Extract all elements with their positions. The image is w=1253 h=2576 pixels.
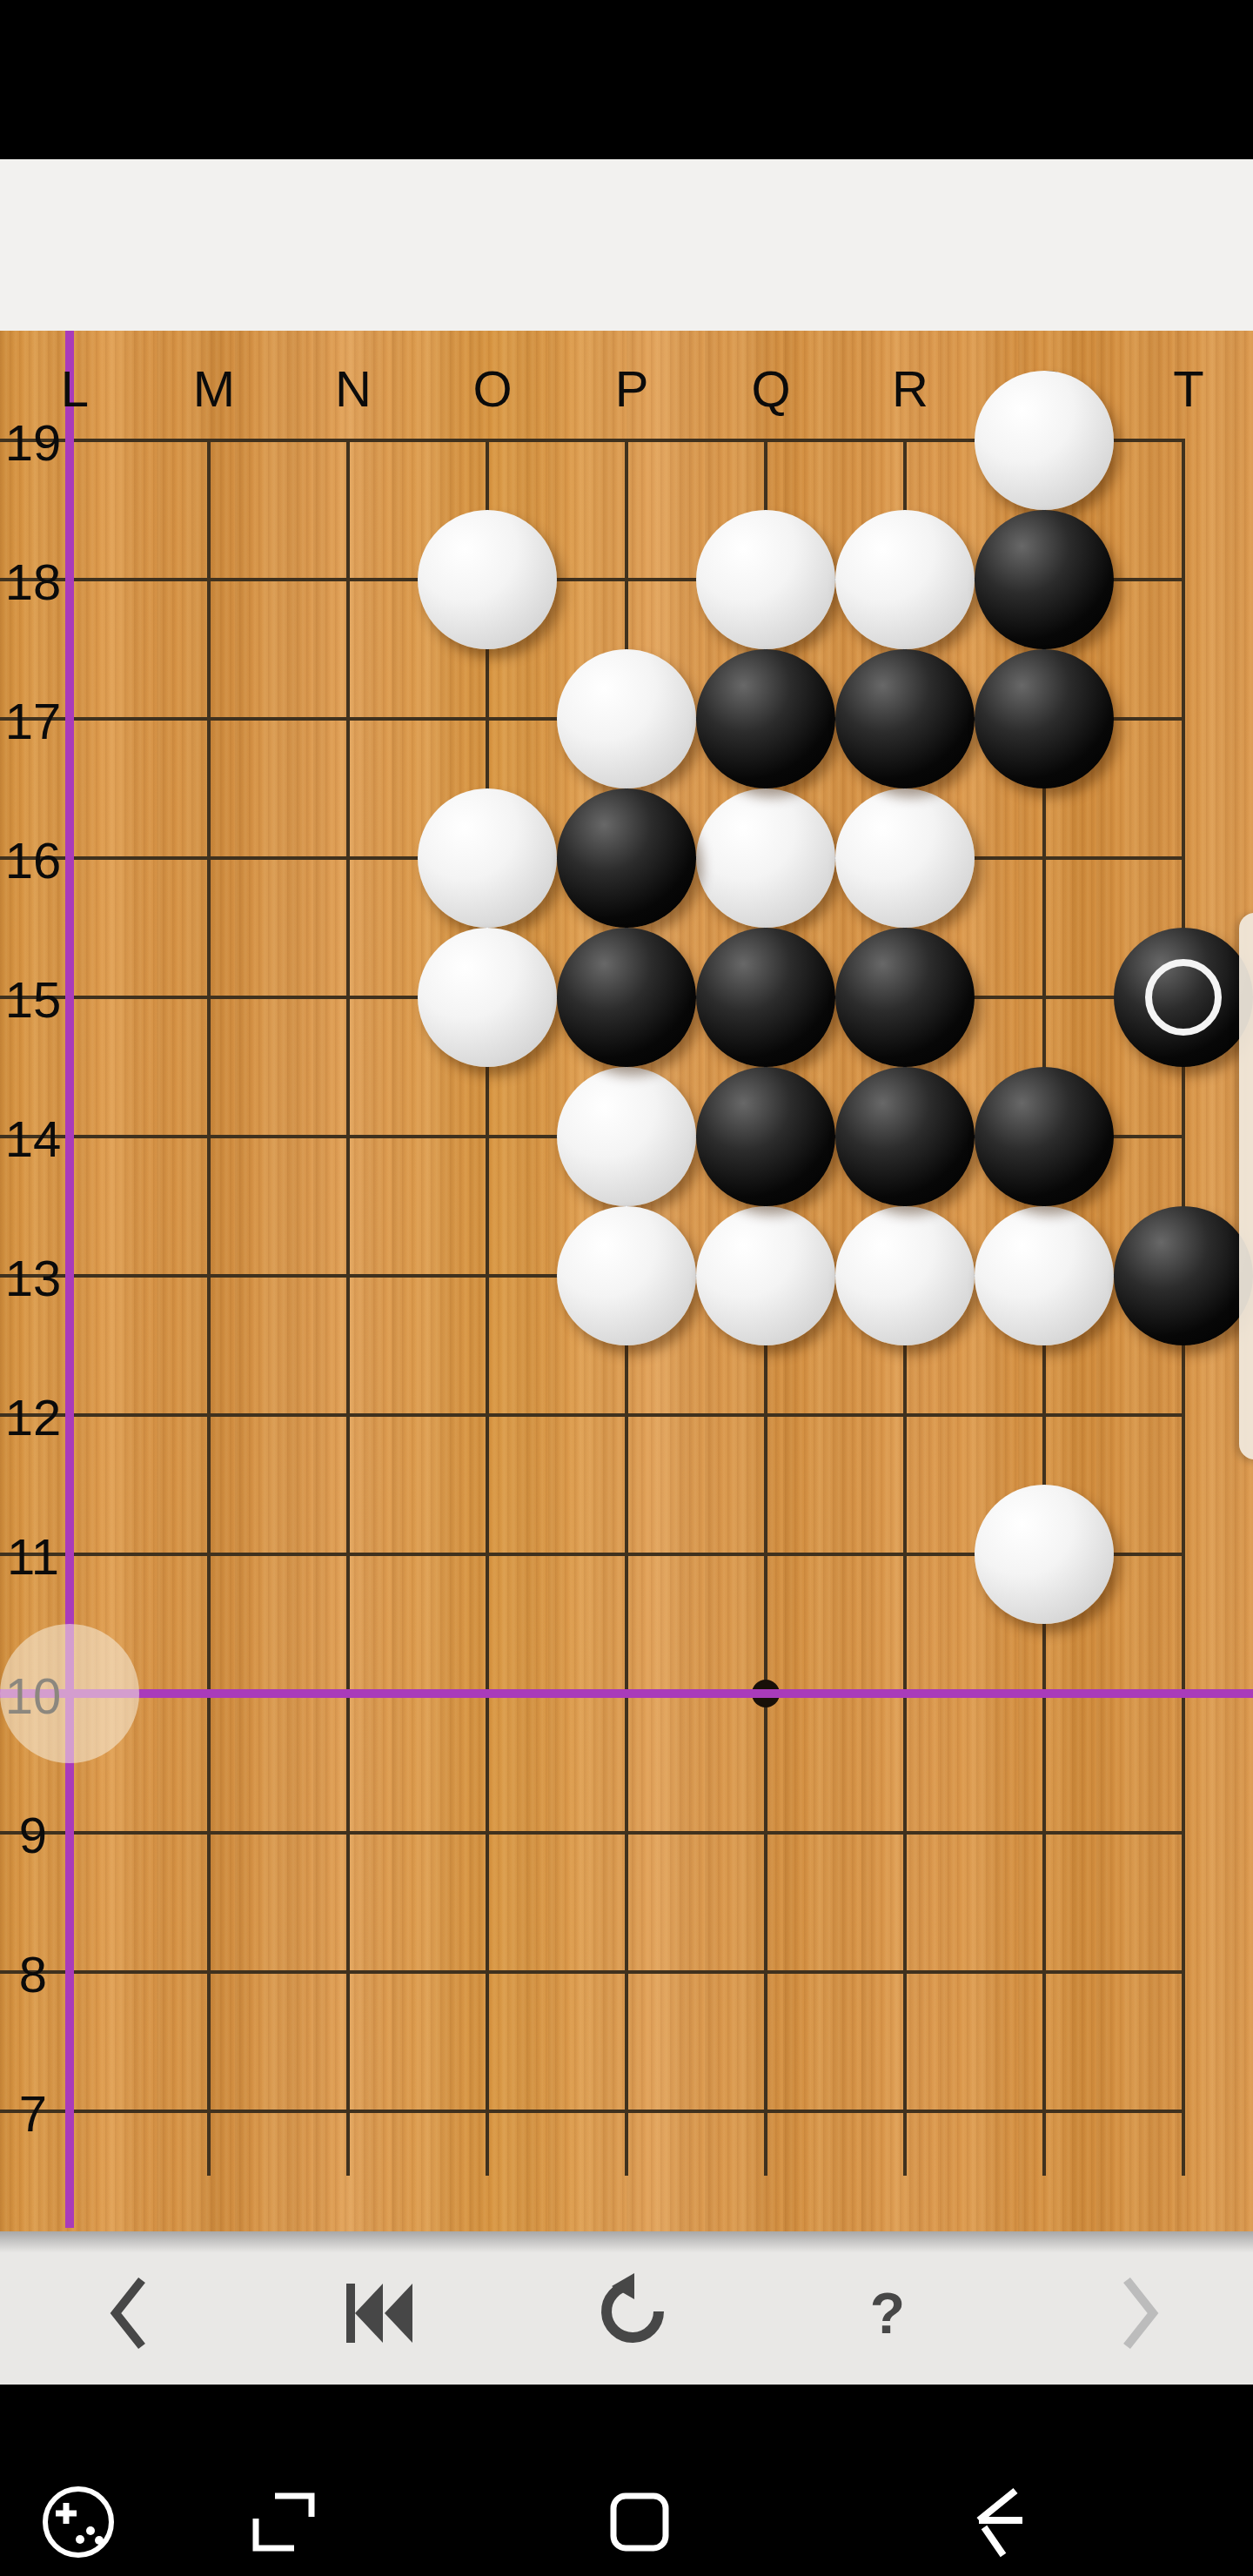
stone-white-P14 <box>557 1067 696 1206</box>
stone-black-S17 <box>975 649 1114 788</box>
col-label-O: O <box>472 359 512 418</box>
last-move-marker <box>1145 959 1222 1036</box>
stone-white-Q18 <box>696 510 835 649</box>
row-label-12: 12 <box>5 1388 62 1446</box>
go-board[interactable]: LMNOPQRST19181716151413121110987 <box>0 331 1253 2231</box>
home-icon[interactable] <box>587 2470 692 2574</box>
stone-white-R13 <box>835 1206 975 1345</box>
rewind-to-start-button[interactable] <box>329 2261 433 2365</box>
row-label-16: 16 <box>5 831 62 889</box>
col-label-T: T <box>1173 359 1203 418</box>
row-label-8: 8 <box>19 1945 47 2003</box>
stone-black-T13 <box>1114 1206 1253 1345</box>
phone-screen: { "game": "go", "app": { "title": "문제 2"… <box>0 0 1253 2576</box>
stone-white-S13 <box>975 1206 1114 1345</box>
stone-white-R18 <box>835 510 975 649</box>
stone-white-P17 <box>557 649 696 788</box>
col-label-L: L <box>61 359 89 418</box>
stone-black-S18 <box>975 510 1114 649</box>
stone-black-R17 <box>835 649 975 788</box>
hint-button[interactable]: ? <box>835 2261 940 2365</box>
prev-move-button[interactable] <box>77 2261 182 2365</box>
recents-icon[interactable] <box>231 2470 336 2574</box>
stone-white-O16 <box>418 788 557 928</box>
row-label-15: 15 <box>5 970 62 1029</box>
back-icon[interactable] <box>942 2470 1047 2574</box>
undo-button[interactable] <box>580 2261 685 2365</box>
stone-white-R16 <box>835 788 975 928</box>
stone-white-P13 <box>557 1206 696 1345</box>
stone-black-R14 <box>835 1067 975 1206</box>
stone-white-S19 <box>975 371 1114 510</box>
stone-black-Q17 <box>696 649 835 788</box>
stone-white-Q16 <box>696 788 835 928</box>
row-label-18: 18 <box>5 553 62 611</box>
row-label-11: 11 <box>7 1527 59 1586</box>
row-label-9: 9 <box>19 1806 47 1864</box>
stone-black-S14 <box>975 1067 1114 1206</box>
stone-white-O15 <box>418 928 557 1067</box>
stone-black-P15 <box>557 928 696 1067</box>
stone-white-S11 <box>975 1485 1114 1624</box>
col-label-N: N <box>335 359 372 418</box>
col-label-P: P <box>615 359 649 418</box>
row-label-14: 14 <box>5 1110 62 1168</box>
col-label-Q: Q <box>751 359 790 418</box>
ghost-stone-L10 <box>0 1624 139 1763</box>
col-label-R: R <box>892 359 928 418</box>
next-move-button[interactable] <box>1087 2261 1191 2365</box>
stone-black-Q15 <box>696 928 835 1067</box>
stone-white-O18 <box>418 510 557 649</box>
android-navbar <box>0 2385 1253 2576</box>
status-bar <box>0 0 1253 159</box>
stone-white-Q13 <box>696 1206 835 1345</box>
row-label-13: 13 <box>5 1249 62 1307</box>
col-label-M: M <box>193 359 235 418</box>
bottom-toolbar: ? <box>0 2231 1253 2385</box>
row-label-7: 7 <box>19 2084 47 2143</box>
row-label-17: 17 <box>5 692 62 750</box>
app-header: ? 문제 2 흰색차례 <box>0 159 1253 331</box>
row-label-19: 19 <box>5 413 62 472</box>
stone-black-Q14 <box>696 1067 835 1206</box>
game-tools-icon[interactable] <box>26 2470 131 2574</box>
stone-black-R15 <box>835 928 975 1067</box>
stone-black-P16 <box>557 788 696 928</box>
edge-panel-handle[interactable] <box>1239 913 1253 1459</box>
stone-black-T15 <box>1114 928 1253 1067</box>
